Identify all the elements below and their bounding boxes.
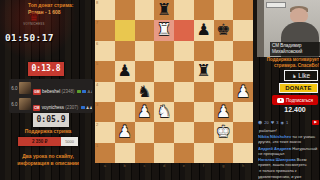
subscribe-button[interactable]: Подписаться xyxy=(272,95,318,105)
rank-label: 8 xyxy=(96,0,98,5)
rank-label: 5 xyxy=(96,61,98,66)
chat-message: Nikita Nikishchevты не учишь других, это… xyxy=(258,134,319,144)
square-c6[interactable] xyxy=(135,41,155,61)
white-king[interactable]: ♚ xyxy=(214,122,234,142)
youtube-badge: ▶ xyxy=(312,120,319,125)
like-button[interactable]: ☛ Like xyxy=(284,70,318,81)
players-panel: 6.0 GM bebeshel (2348) ♙♙♙♙ ♖ ♘ ♗ 6.0 CM… xyxy=(9,79,93,113)
chat-message: Наталья ШингроваВсем привет, зашла посмо… xyxy=(258,157,319,167)
white-name[interactable]: voynichess xyxy=(42,105,64,110)
black-name-line: GM bebeshel (2348) xyxy=(33,89,87,94)
flag-icon xyxy=(81,106,85,109)
likes-icon: ♥ xyxy=(271,120,275,125)
square-e8[interactable] xyxy=(174,0,194,20)
donation-progress-bar: 2 350 ₽ 5000 xyxy=(18,137,78,146)
square-f8[interactable] xyxy=(194,0,214,20)
rank-label: 2 xyxy=(96,122,98,127)
stream-overlay: Топ донат стрима: Роман - 1 608 ♛ VOYNIC… xyxy=(0,0,320,180)
streamer-face xyxy=(290,8,308,23)
flag-icon xyxy=(82,90,86,93)
file-label: g xyxy=(214,163,234,169)
black-king[interactable]: ♚ xyxy=(214,20,234,40)
chat-message: Андрей АндреевНатуральный не прекращал xyxy=(258,146,319,156)
black-rook[interactable]: ♜ xyxy=(194,61,214,81)
square-g2[interactable]: ♚ xyxy=(214,122,234,142)
square-f3[interactable] xyxy=(194,102,214,122)
white-avatar xyxy=(19,98,31,110)
rank-label: 3 xyxy=(96,102,98,107)
webcam-caption: СМ Владимир Михайловский xyxy=(270,42,320,56)
support-label: Поддержка стрима xyxy=(14,128,82,134)
square-h7[interactable] xyxy=(233,20,253,40)
square-d8[interactable]: ♜ xyxy=(154,0,174,20)
square-a5[interactable]: 5 xyxy=(95,61,115,81)
square-h2[interactable] xyxy=(233,122,253,142)
square-h4[interactable]: ♟ xyxy=(233,82,253,102)
rank-label: 4 xyxy=(96,82,98,87)
square-g8[interactable] xyxy=(214,0,234,20)
square-e7[interactable] xyxy=(174,20,194,40)
white-title-badge: CM xyxy=(33,105,40,111)
square-c1[interactable] xyxy=(135,143,155,163)
square-e1[interactable] xyxy=(174,143,194,163)
file-label: e xyxy=(174,163,194,169)
square-a7[interactable]: 7 xyxy=(95,20,115,40)
motivation-text: Поддержка мотивирует стримера. СпасиБо! xyxy=(258,57,319,69)
white-name-line: CM voynichess (2307) xyxy=(33,105,86,110)
rank-label: 7 xyxy=(96,20,98,25)
square-e2[interactable] xyxy=(174,122,194,142)
donation-progress-fill: 2 350 ₽ xyxy=(18,137,61,146)
white-captured-pieces: ♟♟♟♟ ♞ ♝ +2 xyxy=(86,105,92,110)
lessons-info: Два урока по скайпу, информация в описан… xyxy=(8,153,88,166)
square-c3[interactable]: ♟ xyxy=(135,102,155,122)
black-captured-pieces: ♙♙♙♙ ♖ ♘ ♗ xyxy=(87,89,92,94)
square-g3[interactable]: ♟ xyxy=(214,102,234,122)
white-rating: (2307) xyxy=(65,105,78,110)
subscriber-count: 12.400 xyxy=(272,106,318,113)
square-h1[interactable] xyxy=(233,143,253,163)
square-f2[interactable] xyxy=(194,122,214,142)
donate-button[interactable]: DONATE xyxy=(279,83,318,93)
square-d6[interactable] xyxy=(154,41,174,61)
rank-label: 6 xyxy=(96,41,98,46)
square-d4[interactable] xyxy=(154,82,174,102)
square-d2[interactable] xyxy=(154,122,174,142)
square-d5[interactable] xyxy=(154,61,174,81)
square-f7[interactable]: ♟ xyxy=(194,20,214,40)
stream-stats-row: ☻20 ♥3 ◉1 ▶ xyxy=(258,119,319,126)
square-a2[interactable]: 2 xyxy=(95,122,115,142)
white-score: 6.0 xyxy=(10,102,19,107)
square-a1[interactable]: 1 xyxy=(95,143,115,163)
square-h3[interactable] xyxy=(233,102,253,122)
white-rook[interactable]: ♜ xyxy=(154,20,174,40)
thumbs-up-icon: ☛ xyxy=(291,73,297,77)
square-e6[interactable] xyxy=(174,41,194,61)
black-name[interactable]: bebeshel xyxy=(42,89,60,94)
board-file-labels: abcdefgh xyxy=(95,163,253,169)
white-clock: 0:05.9 xyxy=(33,113,69,127)
square-d1[interactable] xyxy=(154,143,174,163)
square-d7[interactable]: ♜ xyxy=(154,20,174,40)
file-label: d xyxy=(154,163,174,169)
square-h8[interactable] xyxy=(233,0,253,20)
square-c2[interactable] xyxy=(135,122,155,142)
square-b7[interactable] xyxy=(115,20,135,40)
webcam-doorframe xyxy=(257,0,264,57)
white-pawn[interactable]: ♟ xyxy=(135,102,155,122)
flag-icon xyxy=(77,90,81,93)
square-a8[interactable]: 8 xyxy=(95,0,115,20)
square-h6[interactable] xyxy=(233,41,253,61)
square-a6[interactable]: 6 xyxy=(95,41,115,61)
white-pawn[interactable]: ♟ xyxy=(233,82,253,102)
black-title-badge: GM xyxy=(33,89,41,95)
file-label: b xyxy=(115,163,135,169)
webcam-view: СМ Владимир Михайловский xyxy=(257,0,320,57)
file-label: h xyxy=(233,163,253,169)
square-f5[interactable]: ♜ xyxy=(194,61,214,81)
black-pawn[interactable]: ♟ xyxy=(194,20,214,40)
chat-message: работает! xyxy=(258,128,319,133)
black-score: 6.0 xyxy=(10,86,19,91)
chess-board: 8♜7♜♟♚65♟♜4♞♟3♟♞♟2♟♚1 xyxy=(95,0,253,163)
square-g5[interactable] xyxy=(214,61,234,81)
black-pawn[interactable]: ♟ xyxy=(115,61,135,81)
square-c8[interactable] xyxy=(135,0,155,20)
square-h5[interactable] xyxy=(233,61,253,81)
square-c7[interactable] xyxy=(135,20,155,40)
square-e3[interactable] xyxy=(174,102,194,122)
youtube-play-icon xyxy=(277,98,284,103)
black-clock: 0:13.8 xyxy=(28,62,64,76)
square-g7[interactable]: ♚ xyxy=(214,20,234,40)
square-f1[interactable] xyxy=(194,143,214,163)
square-b5[interactable]: ♟ xyxy=(115,61,135,81)
rank-label: 1 xyxy=(96,143,98,148)
channel-logo: ♛ VOYNICHESS xyxy=(22,11,46,29)
black-avatar xyxy=(19,82,31,94)
square-b1[interactable] xyxy=(115,143,135,163)
player-row-black: 6.0 GM bebeshel (2348) ♙♙♙♙ ♖ ♘ ♗ xyxy=(9,80,93,96)
white-pawn[interactable]: ♟ xyxy=(214,102,234,122)
square-a3[interactable]: 3 xyxy=(95,102,115,122)
white-knight[interactable]: ♞ xyxy=(154,102,174,122)
file-label: c xyxy=(135,163,155,169)
black-rating: (2348) xyxy=(61,89,74,94)
player-row-white: 6.0 CM voynichess (2307) ♟♟♟♟ ♞ ♝ +2 xyxy=(9,96,93,112)
square-g1[interactable] xyxy=(214,143,234,163)
square-b2[interactable]: ♟ xyxy=(115,122,135,142)
square-b8[interactable] xyxy=(115,0,135,20)
rating-icon: ◉ xyxy=(280,120,284,125)
square-a4[interactable]: 4 xyxy=(95,82,115,102)
white-pawn[interactable]: ♟ xyxy=(115,122,135,142)
square-b6[interactable] xyxy=(115,41,135,61)
square-g4[interactable] xyxy=(214,82,234,102)
webcam-wall-sign xyxy=(266,2,286,8)
chat-panel[interactable]: работает! Nikita Nikishchevты не учишь д… xyxy=(258,128,319,180)
square-f4[interactable] xyxy=(194,82,214,102)
square-e5[interactable] xyxy=(174,61,194,81)
square-f6[interactable] xyxy=(194,41,214,61)
file-label: f xyxy=(194,163,214,169)
stream-timer: 01:50:17 xyxy=(5,32,75,43)
black-rook[interactable]: ♜ xyxy=(154,0,174,20)
square-e4[interactable] xyxy=(174,82,194,102)
chat-message: я только привыкла к удовлетворению, и уж… xyxy=(258,168,319,180)
black-knight[interactable]: ♞ xyxy=(135,82,155,102)
viewers-icon: ☻ xyxy=(258,120,262,125)
donation-progress-goal: 5000 xyxy=(61,137,78,146)
square-g6[interactable] xyxy=(214,41,234,61)
square-b4[interactable] xyxy=(115,82,135,102)
square-c5[interactable] xyxy=(135,61,155,81)
square-d3[interactable]: ♞ xyxy=(154,102,174,122)
square-c4[interactable]: ♞ xyxy=(135,82,155,102)
channel-logo-word: VOYNICHESS xyxy=(22,22,46,26)
square-b3[interactable] xyxy=(115,102,135,122)
file-label: a xyxy=(95,163,115,169)
